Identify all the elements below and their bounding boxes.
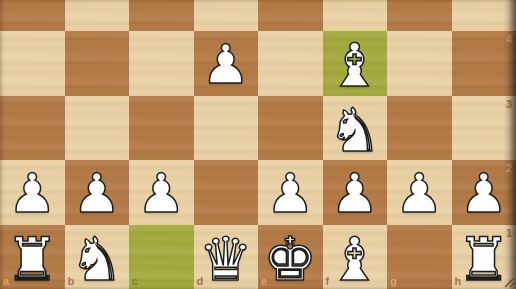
square-b5[interactable]	[65, 0, 130, 31]
square-g5[interactable]	[387, 0, 452, 31]
rank-label-3: 3	[506, 99, 512, 110]
square-c5[interactable]	[129, 0, 194, 31]
square-g4[interactable]	[387, 31, 452, 96]
square-h5[interactable]: 5	[452, 0, 516, 31]
square-f4[interactable]: ♝	[323, 31, 388, 96]
file-label-e: e	[261, 276, 267, 287]
white-rook-a1[interactable]: ♜	[5, 229, 59, 289]
white-pawn-d4[interactable]: ♟	[202, 38, 250, 92]
square-f5[interactable]	[323, 0, 388, 31]
square-e3[interactable]	[258, 96, 323, 161]
square-b1[interactable]: ♞b	[65, 225, 130, 289]
square-c4[interactable]	[129, 31, 194, 96]
square-e4[interactable]	[258, 31, 323, 96]
square-c2[interactable]: ♟	[129, 160, 194, 225]
square-e2[interactable]: ♟	[258, 160, 323, 225]
white-pawn-a2[interactable]: ♟	[8, 167, 56, 221]
square-h3[interactable]: 3	[452, 96, 516, 161]
square-a4[interactable]	[0, 31, 65, 96]
square-e5[interactable]	[258, 0, 323, 31]
square-g1[interactable]: g	[387, 225, 452, 289]
file-label-g: g	[390, 276, 397, 287]
white-pawn-e2[interactable]: ♟	[266, 167, 314, 221]
white-bishop-f1[interactable]: ♝	[328, 229, 382, 289]
file-label-a: a	[3, 276, 9, 287]
square-d2[interactable]	[194, 160, 259, 225]
rank-label-2: 2	[506, 163, 512, 174]
file-label-h: h	[455, 276, 462, 287]
white-bishop-f4[interactable]: ♝	[328, 35, 382, 95]
square-f2[interactable]: ♟	[323, 160, 388, 225]
square-f1[interactable]: ♝f	[323, 225, 388, 289]
square-a2[interactable]: ♟	[0, 160, 65, 225]
square-a3[interactable]	[0, 96, 65, 161]
square-c3[interactable]	[129, 96, 194, 161]
square-f3[interactable]: ♞	[323, 96, 388, 161]
square-e1[interactable]: ♚e	[258, 225, 323, 289]
square-d1[interactable]: ♛d	[194, 225, 259, 289]
file-label-f: f	[326, 276, 330, 287]
file-label-d: d	[197, 276, 204, 287]
square-b4[interactable]	[65, 31, 130, 96]
chess-board: 8765♟♝4♞3♟♟♟♟♟♟♟2♜a♞bc♛d♚e♝fg♜1h	[0, 0, 516, 289]
white-knight-f3[interactable]: ♞	[328, 100, 382, 160]
square-d4[interactable]: ♟	[194, 31, 259, 96]
square-g3[interactable]	[387, 96, 452, 161]
square-a1[interactable]: ♜a	[0, 225, 65, 289]
square-h4[interactable]: 4	[452, 31, 516, 96]
white-pawn-h2[interactable]: ♟	[460, 167, 508, 221]
board-resize-handle-icon[interactable]	[502, 275, 515, 288]
square-b2[interactable]: ♟	[65, 160, 130, 225]
square-d5[interactable]	[194, 0, 259, 31]
white-pawn-g2[interactable]: ♟	[395, 167, 443, 221]
square-g2[interactable]: ♟	[387, 160, 452, 225]
square-d3[interactable]	[194, 96, 259, 161]
file-label-c: c	[132, 276, 138, 287]
rank-label-4: 4	[506, 34, 512, 45]
square-c1[interactable]: c	[129, 225, 194, 289]
square-a5[interactable]	[0, 0, 65, 31]
white-pawn-f2[interactable]: ♟	[331, 167, 379, 221]
square-b3[interactable]	[65, 96, 130, 161]
white-king-e1[interactable]: ♚	[263, 229, 317, 289]
rank-label-1: 1	[506, 228, 512, 239]
white-queen-d1[interactable]: ♛	[199, 229, 253, 289]
white-pawn-b2[interactable]: ♟	[73, 167, 121, 221]
white-knight-b1[interactable]: ♞	[70, 229, 124, 289]
white-pawn-c2[interactable]: ♟	[137, 167, 185, 221]
file-label-b: b	[68, 276, 75, 287]
square-h2[interactable]: ♟2	[452, 160, 516, 225]
chess-board-viewport: 8765♟♝4♞3♟♟♟♟♟♟♟2♜a♞bc♛d♚e♝fg♜1h	[0, 0, 516, 289]
